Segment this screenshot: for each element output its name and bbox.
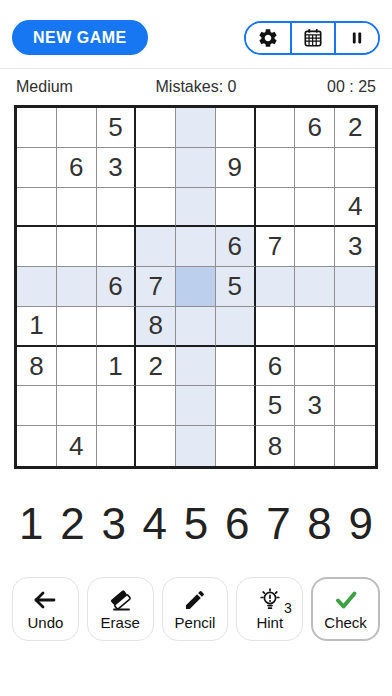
toolbar: Undo Erase Pencil [0, 577, 392, 641]
sudoku-cell-r7c1[interactable]: 8 [17, 347, 57, 387]
numpad-3[interactable]: 3 [101, 502, 125, 546]
calendar-icon [302, 27, 324, 49]
sudoku-cell-r6c7[interactable] [256, 307, 296, 347]
sudoku-cell-r8c5[interactable] [176, 386, 216, 426]
sudoku-cell-r2c5[interactable] [176, 148, 216, 188]
sudoku-cell-r5c7[interactable] [256, 267, 296, 307]
sudoku-cell-r9c7[interactable]: 8 [256, 426, 296, 466]
sudoku-cell-r4c6[interactable]: 6 [216, 227, 256, 267]
sudoku-cell-r7c7[interactable]: 6 [256, 347, 296, 387]
header-icon-group [244, 21, 380, 55]
sudoku-cell-r1c2[interactable] [57, 108, 97, 148]
pause-icon [347, 28, 367, 48]
sudoku-cell-r2c2[interactable]: 6 [57, 148, 97, 188]
sudoku-cell-r4c5[interactable] [176, 227, 216, 267]
sudoku-cell-r9c9[interactable] [335, 426, 375, 466]
sudoku-cell-r8c9[interactable] [335, 386, 375, 426]
sudoku-cell-r5c4[interactable]: 7 [136, 267, 176, 307]
hint-bulb-icon: 3 [257, 587, 283, 613]
sudoku-cell-r4c2[interactable] [57, 227, 97, 267]
mistakes-counter: Mistakes: 0 [136, 78, 256, 96]
sudoku-cell-r9c3[interactable] [97, 426, 137, 466]
sudoku-cell-r1c3[interactable]: 5 [97, 108, 137, 148]
sudoku-cell-r4c7[interactable]: 7 [256, 227, 296, 267]
sudoku-cell-r1c1[interactable] [17, 108, 57, 148]
sudoku-cell-r4c8[interactable] [295, 227, 335, 267]
numpad-8[interactable]: 8 [307, 502, 331, 546]
sudoku-cell-r6c9[interactable] [335, 307, 375, 347]
pause-button[interactable] [334, 23, 378, 53]
sudoku-cell-r9c2[interactable]: 4 [57, 426, 97, 466]
sudoku-cell-r5c2[interactable] [57, 267, 97, 307]
sudoku-cell-r7c3[interactable]: 1 [97, 347, 137, 387]
sudoku-cell-r5c6[interactable]: 5 [216, 267, 256, 307]
hint-count-badge: 3 [284, 600, 292, 616]
sudoku-cell-r7c6[interactable] [216, 347, 256, 387]
check-button[interactable]: Check [311, 577, 380, 641]
sudoku-cell-r5c3[interactable]: 6 [97, 267, 137, 307]
sudoku-cell-r8c6[interactable] [216, 386, 256, 426]
numpad-5[interactable]: 5 [184, 502, 208, 546]
undo-arrow-icon [32, 587, 58, 613]
gear-icon [257, 27, 279, 49]
eraser-icon [107, 587, 133, 613]
sudoku-cell-r2c9[interactable] [335, 148, 375, 188]
sudoku-cell-r3c4[interactable] [136, 188, 176, 228]
undo-label: Undo [27, 614, 63, 631]
sudoku-cell-r8c2[interactable] [57, 386, 97, 426]
sudoku-cell-r5c8[interactable] [295, 267, 335, 307]
sudoku-cell-r4c1[interactable] [17, 227, 57, 267]
hint-button[interactable]: 3 Hint [236, 577, 303, 641]
sudoku-board: 56263946736751881265348 [14, 105, 378, 469]
number-pad: 123456789 [0, 496, 392, 552]
sudoku-cell-r8c7[interactable]: 5 [256, 386, 296, 426]
sudoku-cell-r7c9[interactable] [335, 347, 375, 387]
sudoku-cell-r6c3[interactable] [97, 307, 137, 347]
sudoku-cell-r8c1[interactable] [17, 386, 57, 426]
sudoku-cell-r3c8[interactable] [295, 188, 335, 228]
sudoku-cell-r6c4[interactable]: 8 [136, 307, 176, 347]
check-label: Check [324, 614, 367, 631]
sudoku-cell-r8c4[interactable] [136, 386, 176, 426]
undo-button[interactable]: Undo [12, 577, 79, 641]
top-bar: NEW GAME [0, 0, 392, 55]
sudoku-cell-r6c2[interactable] [57, 307, 97, 347]
sudoku-cell-r7c4[interactable]: 2 [136, 347, 176, 387]
sudoku-cell-r3c9[interactable]: 4 [335, 188, 375, 228]
erase-label: Erase [101, 614, 140, 631]
sudoku-cell-r2c1[interactable] [17, 148, 57, 188]
sudoku-cell-r9c4[interactable] [136, 426, 176, 466]
erase-button[interactable]: Erase [87, 577, 154, 641]
sudoku-cell-r2c4[interactable] [136, 148, 176, 188]
hint-label: Hint [256, 614, 283, 631]
numpad-7[interactable]: 7 [266, 502, 290, 546]
new-game-button[interactable]: NEW GAME [12, 20, 148, 55]
sudoku-cell-r1c7[interactable] [256, 108, 296, 148]
sudoku-cell-r2c3[interactable]: 3 [97, 148, 137, 188]
sudoku-cell-r4c9[interactable]: 3 [335, 227, 375, 267]
sudoku-cell-r6c8[interactable] [295, 307, 335, 347]
numpad-4[interactable]: 4 [143, 502, 167, 546]
numpad-6[interactable]: 6 [225, 502, 249, 546]
numpad-2[interactable]: 2 [60, 502, 84, 546]
settings-button[interactable] [246, 23, 290, 53]
pencil-icon [183, 587, 207, 613]
timer: 00 : 25 [256, 78, 376, 96]
sudoku-cell-r3c3[interactable] [97, 188, 137, 228]
sudoku-cell-r3c1[interactable] [17, 188, 57, 228]
sudoku-cell-r8c8[interactable]: 3 [295, 386, 335, 426]
sudoku-cell-r6c5[interactable] [176, 307, 216, 347]
sudoku-cell-r9c1[interactable] [17, 426, 57, 466]
sudoku-cell-r9c8[interactable] [295, 426, 335, 466]
status-bar: Medium Mistakes: 0 00 : 25 [0, 69, 392, 103]
sudoku-cell-r1c5[interactable] [176, 108, 216, 148]
sudoku-cell-r5c5[interactable] [176, 267, 216, 307]
sudoku-cell-r9c5[interactable] [176, 426, 216, 466]
sudoku-cell-r6c1[interactable]: 1 [17, 307, 57, 347]
sudoku-cell-r3c2[interactable] [57, 188, 97, 228]
sudoku-cell-r9c6[interactable] [216, 426, 256, 466]
check-icon [333, 587, 359, 613]
sudoku-cell-r6c6[interactable] [216, 307, 256, 347]
sudoku-cell-r1c4[interactable] [136, 108, 176, 148]
sudoku-cell-r1c8[interactable]: 6 [295, 108, 335, 148]
sudoku-cell-r5c9[interactable] [335, 267, 375, 307]
sudoku-cell-r7c5[interactable] [176, 347, 216, 387]
sudoku-cell-r3c5[interactable] [176, 188, 216, 228]
sudoku-cell-r8c3[interactable] [97, 386, 137, 426]
pencil-label: Pencil [175, 614, 216, 631]
sudoku-cell-r5c1[interactable] [17, 267, 57, 307]
sudoku-cell-r4c3[interactable] [97, 227, 137, 267]
sudoku-cell-r2c6[interactable]: 9 [216, 148, 256, 188]
sudoku-cell-r3c6[interactable] [216, 188, 256, 228]
pencil-button[interactable]: Pencil [162, 577, 229, 641]
sudoku-cell-r1c9[interactable]: 2 [335, 108, 375, 148]
sudoku-cell-r1c6[interactable] [216, 108, 256, 148]
difficulty-label: Medium [16, 78, 136, 96]
sudoku-cell-r2c7[interactable] [256, 148, 296, 188]
sudoku-cell-r4c4[interactable] [136, 227, 176, 267]
daily-challenge-button[interactable] [290, 23, 334, 53]
sudoku-cell-r7c2[interactable] [57, 347, 97, 387]
sudoku-cell-r7c8[interactable] [295, 347, 335, 387]
sudoku-cell-r3c7[interactable] [256, 188, 296, 228]
numpad-1[interactable]: 1 [19, 502, 43, 546]
sudoku-cell-r2c8[interactable] [295, 148, 335, 188]
numpad-9[interactable]: 9 [349, 502, 373, 546]
